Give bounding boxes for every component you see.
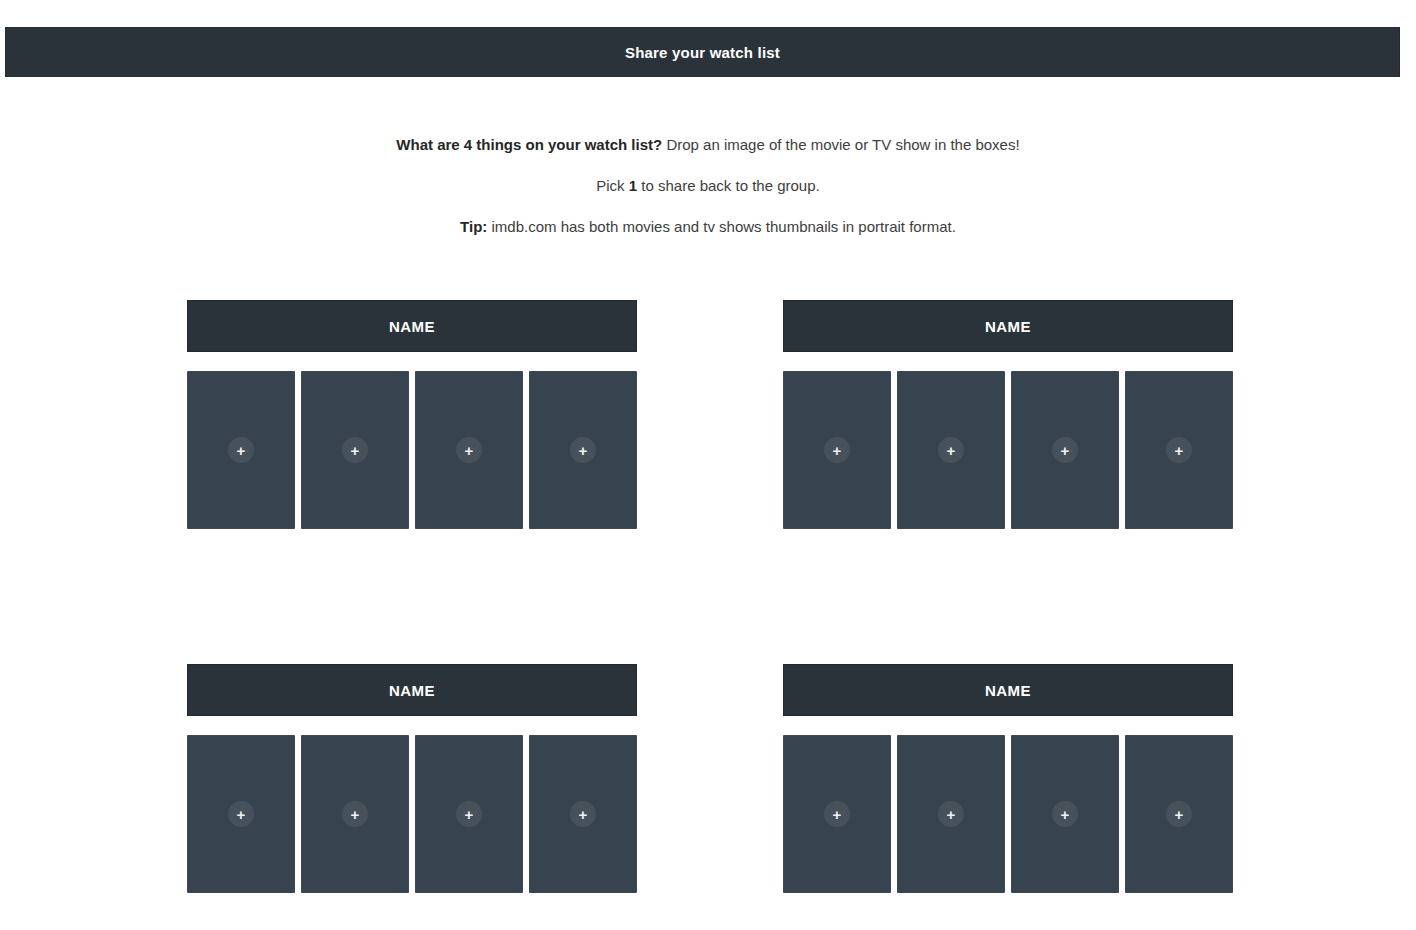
add-image-button[interactable]: + [228, 801, 254, 827]
instruction-line-1-question: What are 4 things on your watch list? [396, 136, 662, 153]
plus-icon: + [351, 442, 360, 457]
add-image-button[interactable]: + [1052, 437, 1078, 463]
add-image-button[interactable]: + [1052, 801, 1078, 827]
image-drop-slot[interactable]: + [187, 371, 295, 529]
slot-row-1: + + + + [187, 371, 637, 529]
image-drop-slot[interactable]: + [783, 735, 891, 893]
image-drop-slot[interactable]: + [1125, 371, 1233, 529]
name-label-4: NAME [985, 682, 1031, 699]
watchlist-section-3: NAME + + + + [187, 664, 637, 893]
instruction-tip-text: imdb.com has both movies and tv shows th… [487, 218, 956, 235]
slot-row-4: + + + + [783, 735, 1233, 893]
image-drop-slot[interactable]: + [529, 735, 637, 893]
image-drop-slot[interactable]: + [1125, 735, 1233, 893]
page-title: Share your watch list [625, 44, 780, 61]
plus-icon: + [579, 442, 588, 457]
add-image-button[interactable]: + [824, 437, 850, 463]
image-drop-slot[interactable]: + [301, 371, 409, 529]
image-drop-slot[interactable]: + [301, 735, 409, 893]
instruction-line-3: Tip: imdb.com has both movies and tv sho… [0, 217, 1416, 237]
image-drop-slot[interactable]: + [415, 735, 523, 893]
add-image-button[interactable]: + [456, 437, 482, 463]
instruction-line-2-pre: Pick [596, 177, 629, 194]
instruction-line-2-count: 1 [629, 177, 637, 194]
image-drop-slot[interactable]: + [187, 735, 295, 893]
instruction-line-2: Pick 1 to share back to the group. [0, 176, 1416, 196]
slot-row-3: + + + + [187, 735, 637, 893]
add-image-button[interactable]: + [1166, 801, 1192, 827]
whiteboard-canvas: Share your watch list What are 4 things … [0, 0, 1416, 930]
add-image-button[interactable]: + [342, 801, 368, 827]
plus-icon: + [947, 806, 956, 821]
image-drop-slot[interactable]: + [1011, 371, 1119, 529]
title-bar: Share your watch list [5, 27, 1400, 77]
image-drop-slot[interactable]: + [897, 735, 1005, 893]
slot-row-2: + + + + [783, 371, 1233, 529]
image-drop-slot[interactable]: + [415, 371, 523, 529]
name-label-2: NAME [985, 318, 1031, 335]
image-drop-slot[interactable]: + [897, 371, 1005, 529]
watchlist-section-4: NAME + + + + [783, 664, 1233, 893]
name-header-4[interactable]: NAME [783, 664, 1233, 716]
instruction-line-1-detail: Drop an image of the movie or TV show in… [662, 136, 1019, 153]
name-header-1[interactable]: NAME [187, 300, 637, 352]
name-label-1: NAME [389, 318, 435, 335]
name-header-2[interactable]: NAME [783, 300, 1233, 352]
plus-icon: + [833, 806, 842, 821]
instruction-line-1: What are 4 things on your watch list? Dr… [0, 135, 1416, 155]
image-drop-slot[interactable]: + [529, 371, 637, 529]
plus-icon: + [947, 442, 956, 457]
plus-icon: + [237, 806, 246, 821]
plus-icon: + [1061, 442, 1070, 457]
add-image-button[interactable]: + [938, 437, 964, 463]
add-image-button[interactable]: + [570, 801, 596, 827]
watchlist-section-2: NAME + + + + [783, 300, 1233, 529]
plus-icon: + [465, 442, 474, 457]
add-image-button[interactable]: + [1166, 437, 1192, 463]
instruction-line-2-post: to share back to the group. [637, 177, 820, 194]
plus-icon: + [351, 806, 360, 821]
image-drop-slot[interactable]: + [1011, 735, 1119, 893]
plus-icon: + [579, 806, 588, 821]
plus-icon: + [1061, 806, 1070, 821]
plus-icon: + [465, 806, 474, 821]
watchlist-section-1: NAME + + + + [187, 300, 637, 529]
add-image-button[interactable]: + [824, 801, 850, 827]
plus-icon: + [1175, 806, 1184, 821]
name-label-3: NAME [389, 682, 435, 699]
image-drop-slot[interactable]: + [783, 371, 891, 529]
add-image-button[interactable]: + [570, 437, 596, 463]
plus-icon: + [237, 442, 246, 457]
add-image-button[interactable]: + [456, 801, 482, 827]
name-header-3[interactable]: NAME [187, 664, 637, 716]
add-image-button[interactable]: + [938, 801, 964, 827]
add-image-button[interactable]: + [228, 437, 254, 463]
instructions-block: What are 4 things on your watch list? Dr… [0, 135, 1416, 258]
plus-icon: + [833, 442, 842, 457]
add-image-button[interactable]: + [342, 437, 368, 463]
plus-icon: + [1175, 442, 1184, 457]
instruction-tip-label: Tip: [460, 218, 487, 235]
